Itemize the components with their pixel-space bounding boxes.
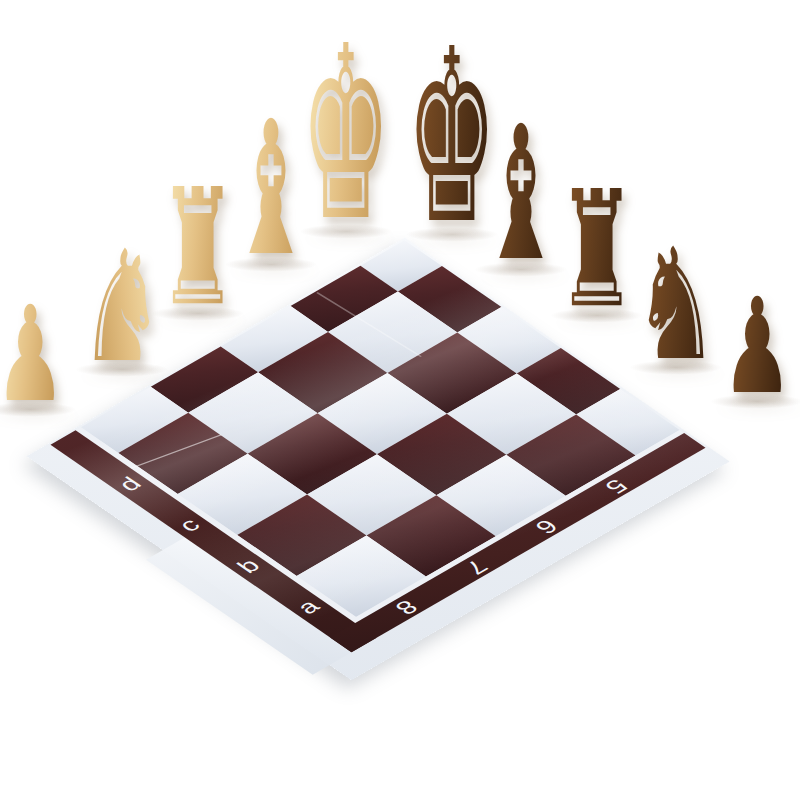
black-king: ♚ (367, 53, 537, 233)
black-bishop-glyph: ♝ (480, 120, 563, 268)
white-knight-glyph: ♞ (79, 245, 165, 368)
black-pawn: ♟ (672, 305, 800, 400)
white-bishop: ♝ (186, 131, 356, 263)
black-king-glyph: ♚ (407, 41, 497, 233)
white-pawn: ♟ (0, 316, 115, 408)
chessboard-mat: dcba 5678 (50, 240, 705, 652)
black-pawn-glyph: ♟ (721, 294, 792, 400)
product-photo: ♟♞♜♝♚♚♝♜♞♟ dcba 5678 (0, 0, 800, 800)
black-knight-glyph: ♞ (633, 243, 719, 366)
white-knight: ♞ (37, 260, 207, 368)
white-king-glyph: ♚ (301, 38, 391, 230)
board-printed-area: dcba 5678 (50, 240, 705, 652)
white-bishop-glyph: ♝ (230, 115, 313, 263)
black-knight: ♞ (591, 254, 761, 366)
white-rook-glyph: ♜ (159, 184, 238, 312)
white-pawn-glyph: ♟ (0, 302, 66, 408)
white-king: ♚ (261, 52, 431, 230)
black-bishop: ♝ (436, 133, 606, 268)
white-rook: ♜ (113, 206, 283, 312)
black-rook-glyph: ♜ (558, 186, 637, 314)
black-rook: ♜ (512, 206, 682, 314)
